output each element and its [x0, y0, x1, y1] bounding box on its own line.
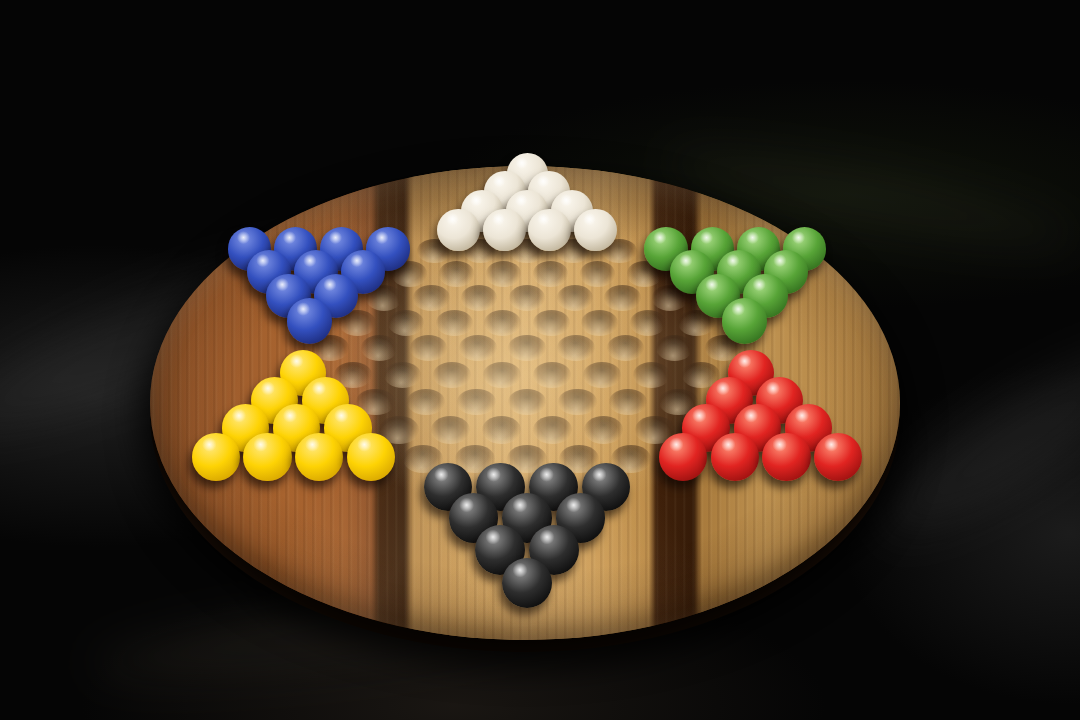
board-hole[interactable] — [461, 285, 497, 310]
board-hole[interactable] — [581, 310, 618, 336]
scene — [0, 0, 1080, 720]
board-hole[interactable] — [407, 389, 446, 416]
board-hole[interactable] — [583, 362, 621, 389]
board-hole[interactable] — [633, 362, 671, 389]
board-hole[interactable] — [436, 310, 473, 336]
board-hole[interactable] — [486, 261, 522, 286]
marble-blue[interactable] — [287, 298, 332, 343]
board-hole[interactable] — [557, 335, 594, 361]
board-hole[interactable] — [413, 285, 449, 310]
board-hole[interactable] — [604, 285, 640, 310]
board-hole[interactable] — [557, 285, 593, 310]
board-hole[interactable] — [508, 389, 547, 416]
board-hole[interactable] — [533, 261, 569, 286]
marble-white[interactable] — [437, 209, 480, 252]
marble-yellow[interactable] — [192, 433, 240, 481]
board-hole[interactable] — [509, 285, 545, 310]
board-hole[interactable] — [656, 335, 693, 361]
board-hole[interactable] — [483, 362, 521, 389]
board-hole[interactable] — [410, 335, 447, 361]
board-hole[interactable] — [607, 335, 644, 361]
board-hole[interactable] — [630, 310, 667, 336]
marble-white[interactable] — [483, 209, 526, 252]
marble-yellow[interactable] — [243, 433, 291, 481]
board-hole[interactable] — [482, 416, 521, 443]
board-hole[interactable] — [388, 310, 425, 336]
board-hole[interactable] — [533, 310, 570, 336]
board-hole[interactable] — [433, 362, 471, 389]
board-hole[interactable] — [580, 261, 616, 286]
board-hole[interactable] — [459, 335, 496, 361]
board-hole[interactable] — [609, 389, 648, 416]
marble-green[interactable] — [722, 298, 767, 343]
marble-red[interactable] — [659, 433, 707, 481]
board-hole[interactable] — [558, 389, 597, 416]
board-hole[interactable] — [439, 261, 475, 286]
board-hole[interactable] — [384, 362, 422, 389]
marble-white[interactable] — [574, 209, 617, 252]
board-hole[interactable] — [431, 416, 470, 443]
board-hole[interactable] — [584, 416, 623, 443]
board-hole[interactable] — [508, 335, 545, 361]
marble-red[interactable] — [762, 433, 810, 481]
board-hole[interactable] — [484, 310, 521, 336]
board-hole[interactable] — [533, 416, 572, 443]
marble-red[interactable] — [711, 433, 759, 481]
board-hole[interactable] — [361, 335, 398, 361]
board-hole[interactable] — [533, 362, 571, 389]
board-hole[interactable] — [457, 389, 496, 416]
